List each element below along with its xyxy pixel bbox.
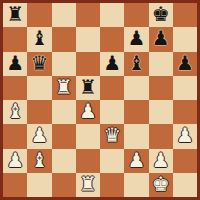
square-h1[interactable] (173, 173, 197, 197)
square-d7[interactable] (76, 27, 100, 51)
square-c7[interactable] (52, 27, 76, 51)
square-a8[interactable]: ♜ (3, 3, 27, 27)
black-pawn: ♟ (176, 53, 194, 73)
black-pawn: ♟ (103, 53, 121, 73)
square-e7[interactable] (100, 27, 124, 51)
square-g3[interactable] (149, 124, 173, 148)
black-pawn: ♟ (127, 28, 145, 48)
white-pawn: ♟ (6, 150, 24, 170)
square-d5[interactable]: ♜ (76, 76, 100, 100)
square-h7[interactable] (173, 27, 197, 51)
square-b7[interactable]: ♝ (27, 27, 51, 51)
square-h4[interactable] (173, 100, 197, 124)
black-king: ♚ (152, 4, 170, 24)
black-bishop: ♝ (30, 28, 48, 48)
square-f3[interactable] (124, 124, 148, 148)
square-f8[interactable] (124, 3, 148, 27)
square-a1[interactable] (3, 173, 27, 197)
square-e1[interactable] (100, 173, 124, 197)
square-e4[interactable] (100, 100, 124, 124)
square-f5[interactable] (124, 76, 148, 100)
square-c3[interactable] (52, 124, 76, 148)
square-b3[interactable]: ♟ (27, 124, 51, 148)
square-f4[interactable] (124, 100, 148, 124)
square-a3[interactable] (3, 124, 27, 148)
square-c4[interactable] (52, 100, 76, 124)
square-e3[interactable]: ♛ (100, 124, 124, 148)
square-b2[interactable]: ♝ (27, 149, 51, 173)
black-pawn: ♟ (152, 28, 170, 48)
square-c2[interactable] (52, 149, 76, 173)
square-a6[interactable]: ♟ (3, 52, 27, 76)
white-rook: ♜ (79, 174, 97, 194)
white-king: ♚ (152, 174, 170, 194)
square-a7[interactable] (3, 27, 27, 51)
square-c6[interactable] (52, 52, 76, 76)
white-rook: ♜ (55, 77, 73, 97)
square-h5[interactable] (173, 76, 197, 100)
chess-board: ♜♚♝♟♟♟♛♟♝♟♜♜♝♟♟♛♟♟♝♟♟♜♚ (3, 3, 197, 197)
square-d1[interactable]: ♜ (76, 173, 100, 197)
square-g7[interactable]: ♟ (149, 27, 173, 51)
square-f6[interactable]: ♝ (124, 52, 148, 76)
white-queen: ♛ (103, 125, 121, 145)
square-a2[interactable]: ♟ (3, 149, 27, 173)
white-pawn: ♟ (30, 125, 48, 145)
square-b4[interactable] (27, 100, 51, 124)
square-d3[interactable] (76, 124, 100, 148)
square-g6[interactable] (149, 52, 173, 76)
square-c8[interactable] (52, 3, 76, 27)
square-h8[interactable] (173, 3, 197, 27)
square-d2[interactable] (76, 149, 100, 173)
white-pawn: ♟ (127, 150, 145, 170)
black-bishop: ♝ (127, 53, 145, 73)
square-g2[interactable]: ♟ (149, 149, 173, 173)
black-rook: ♜ (6, 4, 24, 24)
square-b5[interactable] (27, 76, 51, 100)
square-f7[interactable]: ♟ (124, 27, 148, 51)
square-a5[interactable] (3, 76, 27, 100)
square-g1[interactable]: ♚ (149, 173, 173, 197)
black-queen: ♛ (30, 53, 48, 73)
white-bishop: ♝ (30, 150, 48, 170)
square-e6[interactable]: ♟ (100, 52, 124, 76)
square-e8[interactable] (100, 3, 124, 27)
square-c1[interactable] (52, 173, 76, 197)
square-b8[interactable] (27, 3, 51, 27)
square-e2[interactable] (100, 149, 124, 173)
square-d8[interactable] (76, 3, 100, 27)
white-bishop: ♝ (6, 101, 24, 121)
square-e5[interactable] (100, 76, 124, 100)
square-b6[interactable]: ♛ (27, 52, 51, 76)
square-g8[interactable]: ♚ (149, 3, 173, 27)
white-pawn: ♟ (79, 101, 97, 121)
square-b1[interactable] (27, 173, 51, 197)
square-g4[interactable] (149, 100, 173, 124)
square-g5[interactable] (149, 76, 173, 100)
square-d6[interactable] (76, 52, 100, 76)
white-pawn: ♟ (176, 125, 194, 145)
square-h6[interactable]: ♟ (173, 52, 197, 76)
square-f1[interactable] (124, 173, 148, 197)
black-pawn: ♟ (6, 53, 24, 73)
square-c5[interactable]: ♜ (52, 76, 76, 100)
square-h2[interactable] (173, 149, 197, 173)
square-h3[interactable]: ♟ (173, 124, 197, 148)
black-rook: ♜ (79, 77, 97, 97)
white-pawn: ♟ (152, 150, 170, 170)
square-d4[interactable]: ♟ (76, 100, 100, 124)
chess-board-frame: ♜♚♝♟♟♟♛♟♝♟♜♜♝♟♟♛♟♟♝♟♟♜♚ (0, 0, 200, 200)
square-a4[interactable]: ♝ (3, 100, 27, 124)
square-f2[interactable]: ♟ (124, 149, 148, 173)
